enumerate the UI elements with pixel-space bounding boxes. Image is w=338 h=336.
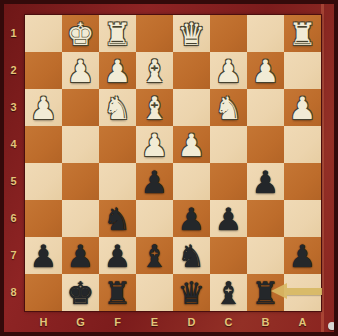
square-a8[interactable]	[284, 274, 321, 311]
black-rook-on-f8: ♜	[99, 274, 136, 311]
black-pawn-on-a7: ♟	[284, 237, 321, 274]
square-e4[interactable]: ♟	[136, 126, 173, 163]
white-pawn-on-e4: ♟	[136, 126, 173, 163]
frame-highlight	[321, 4, 324, 332]
black-bishop-on-e7: ♝	[136, 237, 173, 274]
square-e6[interactable]	[136, 200, 173, 237]
square-f3[interactable]: ♞	[99, 89, 136, 126]
square-f5[interactable]	[99, 163, 136, 200]
rank-label-4: 4	[4, 126, 23, 163]
square-c7[interactable]	[210, 237, 247, 274]
square-d3[interactable]	[173, 89, 210, 126]
black-queen-on-d8: ♛	[173, 274, 210, 311]
square-d7[interactable]: ♞	[173, 237, 210, 274]
square-b1[interactable]	[247, 15, 284, 52]
square-g7[interactable]: ♟	[62, 237, 99, 274]
square-e3[interactable]: ♝	[136, 89, 173, 126]
black-knight-on-d7: ♞	[173, 237, 210, 274]
corner-dot	[328, 322, 336, 330]
square-a7[interactable]: ♟	[284, 237, 321, 274]
white-pawn-on-f2: ♟	[99, 52, 136, 89]
square-b8[interactable]: ♜	[247, 274, 284, 311]
square-d2[interactable]	[173, 52, 210, 89]
square-e2[interactable]: ♝	[136, 52, 173, 89]
square-a5[interactable]	[284, 163, 321, 200]
black-pawn-on-h7: ♟	[25, 237, 62, 274]
square-b7[interactable]	[247, 237, 284, 274]
square-f7[interactable]: ♟	[99, 237, 136, 274]
square-g6[interactable]	[62, 200, 99, 237]
square-b2[interactable]: ♟	[247, 52, 284, 89]
file-label-c: C	[210, 312, 247, 332]
square-f2[interactable]: ♟	[99, 52, 136, 89]
white-pawn-on-g2: ♟	[62, 52, 99, 89]
square-h6[interactable]	[25, 200, 62, 237]
square-e5[interactable]: ♟	[136, 163, 173, 200]
square-c3[interactable]: ♞	[210, 89, 247, 126]
black-knight-on-f6: ♞	[99, 200, 136, 237]
square-h1[interactable]	[25, 15, 62, 52]
square-c4[interactable]	[210, 126, 247, 163]
square-g2[interactable]: ♟	[62, 52, 99, 89]
white-pawn-on-c2: ♟	[210, 52, 247, 89]
white-pawn-on-b2: ♟	[247, 52, 284, 89]
square-a3[interactable]: ♟	[284, 89, 321, 126]
white-knight-on-f3: ♞	[99, 89, 136, 126]
square-a2[interactable]	[284, 52, 321, 89]
square-c8[interactable]: ♝	[210, 274, 247, 311]
rank-label-2: 2	[4, 52, 23, 89]
square-b3[interactable]	[247, 89, 284, 126]
rank-label-8: 8	[4, 274, 23, 311]
black-pawn-on-b5: ♟	[247, 163, 284, 200]
file-label-e: E	[136, 312, 173, 332]
square-h5[interactable]	[25, 163, 62, 200]
square-f8[interactable]: ♜	[99, 274, 136, 311]
white-pawn-on-h3: ♟	[25, 89, 62, 126]
file-label-a: A	[284, 312, 321, 332]
square-e8[interactable]	[136, 274, 173, 311]
square-a1[interactable]: ♜	[284, 15, 321, 52]
chess-board: ♚♜♛♜♟♟♝♟♟♟♞♝♞♟♟♟♟♟♞♟♟♟♟♟♝♞♟♚♜♛♝♜	[25, 15, 321, 311]
black-bishop-on-c8: ♝	[210, 274, 247, 311]
square-h2[interactable]	[25, 52, 62, 89]
square-g1[interactable]: ♚	[62, 15, 99, 52]
black-pawn-on-e5: ♟	[136, 163, 173, 200]
black-king-on-g8: ♚	[62, 274, 99, 311]
square-d4[interactable]: ♟	[173, 126, 210, 163]
square-b4[interactable]	[247, 126, 284, 163]
black-pawn-on-c6: ♟	[210, 200, 247, 237]
square-b5[interactable]: ♟	[247, 163, 284, 200]
rank-label-6: 6	[4, 200, 23, 237]
white-knight-on-c3: ♞	[210, 89, 247, 126]
square-e1[interactable]	[136, 15, 173, 52]
file-label-f: F	[99, 312, 136, 332]
white-king-on-g1: ♚	[62, 15, 99, 52]
square-c5[interactable]	[210, 163, 247, 200]
black-pawn-on-d6: ♟	[173, 200, 210, 237]
square-d8[interactable]: ♛	[173, 274, 210, 311]
chess-board-window: ♚♜♛♜♟♟♝♟♟♟♞♝♞♟♟♟♟♟♞♟♟♟♟♟♝♞♟♚♜♛♝♜ 1234567…	[0, 0, 338, 336]
square-c6[interactable]: ♟	[210, 200, 247, 237]
black-pawn-on-f7: ♟	[99, 237, 136, 274]
black-pawn-on-g7: ♟	[62, 237, 99, 274]
file-label-g: G	[62, 312, 99, 332]
square-d1[interactable]: ♛	[173, 15, 210, 52]
square-b6[interactable]	[247, 200, 284, 237]
square-a6[interactable]	[284, 200, 321, 237]
square-g5[interactable]	[62, 163, 99, 200]
white-bishop-on-e2: ♝	[136, 52, 173, 89]
square-d5[interactable]	[173, 163, 210, 200]
file-label-b: B	[247, 312, 284, 332]
square-f4[interactable]	[99, 126, 136, 163]
square-g8[interactable]: ♚	[62, 274, 99, 311]
square-h4[interactable]	[25, 126, 62, 163]
rank-label-5: 5	[4, 163, 23, 200]
square-h8[interactable]	[25, 274, 62, 311]
white-pawn-on-a3: ♟	[284, 89, 321, 126]
white-rook-on-f1: ♜	[99, 15, 136, 52]
file-label-h: H	[25, 312, 62, 332]
square-c1[interactable]	[210, 15, 247, 52]
white-queen-on-d1: ♛	[173, 15, 210, 52]
square-f6[interactable]: ♞	[99, 200, 136, 237]
rank-label-7: 7	[4, 237, 23, 274]
file-label-d: D	[173, 312, 210, 332]
square-c2[interactable]: ♟	[210, 52, 247, 89]
square-h3[interactable]: ♟	[25, 89, 62, 126]
white-rook-on-a1: ♜	[284, 15, 321, 52]
white-bishop-on-e3: ♝	[136, 89, 173, 126]
square-e7[interactable]: ♝	[136, 237, 173, 274]
white-pawn-on-d4: ♟	[173, 126, 210, 163]
rank-label-1: 1	[4, 15, 23, 52]
square-h7[interactable]: ♟	[25, 237, 62, 274]
square-g3[interactable]	[62, 89, 99, 126]
square-g4[interactable]	[62, 126, 99, 163]
rank-label-3: 3	[4, 89, 23, 126]
square-d6[interactable]: ♟	[173, 200, 210, 237]
square-f1[interactable]: ♜	[99, 15, 136, 52]
black-rook-on-b8: ♜	[247, 274, 284, 311]
square-a4[interactable]	[284, 126, 321, 163]
